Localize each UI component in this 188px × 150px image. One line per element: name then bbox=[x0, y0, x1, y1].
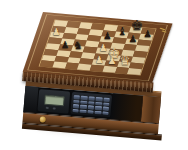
keypad-module bbox=[70, 92, 112, 117]
keypad-key[interactable] bbox=[96, 97, 103, 101]
black-pawn[interactable]: ♟ bbox=[61, 40, 70, 50]
keypad-key[interactable] bbox=[87, 110, 94, 114]
lcd-display bbox=[44, 95, 65, 107]
chess-board bbox=[23, 12, 173, 83]
white-pawn[interactable]: ♟ bbox=[95, 55, 104, 64]
black-king[interactable]: ♚ bbox=[131, 18, 144, 32]
cavity-shadow bbox=[111, 93, 142, 121]
brass-inlay bbox=[162, 30, 167, 32]
keypad-key[interactable] bbox=[81, 96, 88, 100]
black-pawn[interactable]: ♟ bbox=[103, 32, 112, 42]
white-pawn[interactable]: ♟ bbox=[108, 56, 117, 65]
square-h1[interactable] bbox=[127, 68, 141, 75]
keypad-key[interactable] bbox=[103, 98, 110, 102]
black-pawn[interactable]: ♟ bbox=[129, 34, 138, 44]
black-knight[interactable]: ♞ bbox=[73, 40, 83, 51]
keypad-key[interactable] bbox=[102, 107, 109, 111]
keypad-key[interactable] bbox=[81, 100, 88, 104]
keypad-key[interactable] bbox=[88, 105, 95, 109]
keypad-key[interactable] bbox=[103, 102, 110, 106]
keypad-key[interactable] bbox=[73, 100, 80, 104]
drawer-knob[interactable] bbox=[40, 116, 46, 122]
keypad-key[interactable] bbox=[74, 95, 81, 99]
white-pawn[interactable]: ♟ bbox=[99, 43, 108, 53]
white-pawn[interactable]: ♟ bbox=[52, 27, 61, 37]
keypad-key[interactable] bbox=[88, 96, 95, 100]
white-queen[interactable]: ♛ bbox=[119, 55, 130, 68]
lcd-button[interactable] bbox=[46, 107, 49, 109]
keypad-key[interactable] bbox=[95, 101, 102, 105]
black-bishop[interactable]: ♝ bbox=[117, 26, 127, 37]
case-corner bbox=[140, 96, 161, 123]
chess-computer-photo: ♚♝♟♟♟♟♞♟♟♚♟♟♛ bbox=[0, 0, 188, 150]
keypad-key[interactable] bbox=[73, 104, 80, 108]
keypad-key[interactable] bbox=[88, 101, 95, 105]
keypad-keys bbox=[72, 95, 109, 115]
keypad-key[interactable] bbox=[80, 105, 87, 109]
lcd-button[interactable] bbox=[53, 107, 56, 109]
drawer-tray bbox=[23, 86, 38, 113]
keypad-key[interactable] bbox=[95, 110, 102, 114]
keypad-key[interactable] bbox=[95, 106, 102, 110]
lcd-module bbox=[37, 89, 70, 114]
black-pawn[interactable]: ♟ bbox=[143, 29, 152, 39]
keypad-key[interactable] bbox=[80, 109, 87, 113]
keypad-key[interactable] bbox=[72, 109, 79, 113]
keypad-key[interactable] bbox=[102, 111, 109, 115]
